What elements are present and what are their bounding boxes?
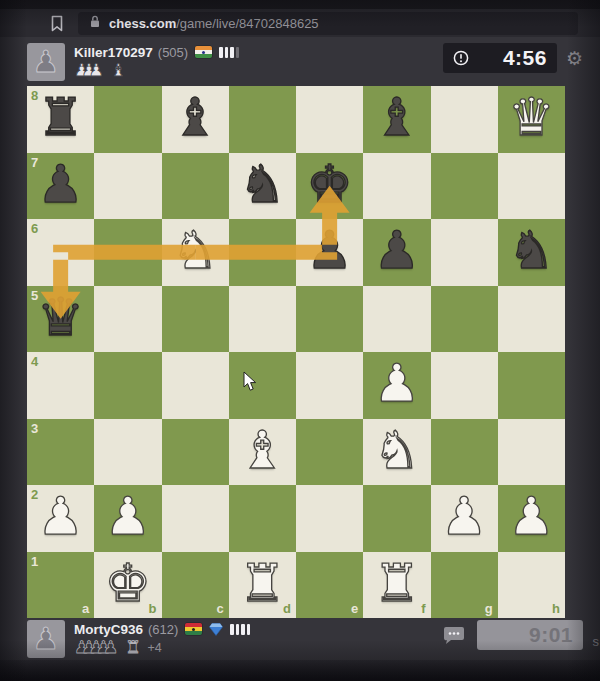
rank-label: 4 xyxy=(31,355,38,368)
black-pawn[interactable]: ♟ xyxy=(306,224,353,276)
bottom-player-avatar[interactable]: ♟ xyxy=(27,620,65,658)
rank-label: 6 xyxy=(31,222,38,235)
chess-board: 8♜♝♝♛7♟♞♚6♞♟♟♞5♛4♟3♝♞2♟♟♟♟1ab♚cd♜ef♜gh xyxy=(27,86,565,618)
bottom-captured-pieces: ♟♟♟♟♟♜ xyxy=(74,639,141,656)
top-player-rating: (505) xyxy=(158,45,188,60)
rank-label: 1 xyxy=(31,555,38,568)
square-e3[interactable] xyxy=(296,419,363,486)
top-player-bar: ♟ Killer170297 (505) ♟♟♟♝ 4:56 ⚙ xyxy=(27,43,583,83)
square-c7[interactable] xyxy=(162,153,229,220)
square-f4[interactable]: ♟ xyxy=(363,352,430,419)
square-h3[interactable] xyxy=(498,419,565,486)
black-bishop[interactable]: ♝ xyxy=(172,91,219,143)
white-knight[interactable]: ♞ xyxy=(374,424,421,476)
top-clock-time: 4:56 xyxy=(503,46,547,70)
top-player-avatar[interactable]: ♟ xyxy=(27,43,65,81)
square-e6[interactable]: ♟ xyxy=(296,219,363,286)
url-host: chess.com xyxy=(109,16,176,31)
connection-bars-icon xyxy=(230,624,250,635)
square-c3[interactable] xyxy=(162,419,229,486)
square-d7[interactable]: ♞ xyxy=(229,153,296,220)
square-h1[interactable]: h xyxy=(498,552,565,619)
square-a4[interactable]: 4 xyxy=(27,352,94,419)
black-queen[interactable]: ♛ xyxy=(37,291,84,343)
bottom-player-clock: 9:01 xyxy=(477,620,583,650)
square-b3[interactable] xyxy=(94,419,161,486)
square-b5[interactable] xyxy=(94,286,161,353)
black-pawn[interactable]: ♟ xyxy=(374,224,421,276)
square-b8[interactable] xyxy=(94,86,161,153)
white-pawn[interactable]: ♟ xyxy=(374,357,421,409)
white-pawn[interactable]: ♟ xyxy=(37,490,84,542)
file-label: e xyxy=(351,602,358,615)
square-g2[interactable]: ♟ xyxy=(431,485,498,552)
square-a7[interactable]: 7♟ xyxy=(27,153,94,220)
captured-b-icon: ♝ xyxy=(111,62,126,79)
white-rook[interactable]: ♜ xyxy=(239,557,286,609)
pawn-avatar-icon: ♟ xyxy=(33,624,60,654)
square-e4[interactable] xyxy=(296,352,363,419)
rank-label: 3 xyxy=(31,422,38,435)
square-g8[interactable] xyxy=(431,86,498,153)
square-c4[interactable] xyxy=(162,352,229,419)
square-a3[interactable]: 3 xyxy=(27,419,94,486)
edge-letter: s xyxy=(593,634,600,649)
bookmark-icon[interactable] xyxy=(50,15,64,32)
captured-p-icon: ♟ xyxy=(89,62,104,79)
square-f8[interactable]: ♝ xyxy=(363,86,430,153)
diamond-membership-icon xyxy=(209,623,223,636)
square-e8[interactable] xyxy=(296,86,363,153)
square-h7[interactable] xyxy=(498,153,565,220)
black-knight[interactable]: ♞ xyxy=(239,158,286,210)
square-f6[interactable]: ♟ xyxy=(363,219,430,286)
square-b7[interactable] xyxy=(94,153,161,220)
square-c5[interactable] xyxy=(162,286,229,353)
square-g5[interactable] xyxy=(431,286,498,353)
white-queen[interactable]: ♛ xyxy=(508,91,555,143)
connection-bars-icon xyxy=(219,47,239,58)
white-pawn[interactable]: ♟ xyxy=(105,490,152,542)
captured-p-icon: ♟ xyxy=(103,639,118,656)
square-f5[interactable] xyxy=(363,286,430,353)
square-g6[interactable] xyxy=(431,219,498,286)
bottom-dark-strip xyxy=(0,660,600,681)
square-g3[interactable] xyxy=(431,419,498,486)
square-g1[interactable]: g xyxy=(431,552,498,619)
pawn-avatar-icon: ♟ xyxy=(33,47,60,77)
file-label: c xyxy=(217,602,224,615)
bottom-player-name[interactable]: MortyC936 xyxy=(74,622,143,637)
url-bar[interactable]: chess.com/game/live/84702848625 xyxy=(78,12,578,35)
ghana-flag-icon xyxy=(185,623,202,635)
black-knight[interactable]: ♞ xyxy=(508,224,555,276)
bottom-player-bar: ♟ MortyC936 (612) ♟♟♟♟♟♜ +4 9:01 xyxy=(27,620,583,660)
file-label: a xyxy=(82,602,89,615)
black-rook[interactable]: ♜ xyxy=(37,91,84,143)
material-advantage: +4 xyxy=(148,641,162,655)
alert-circle-icon xyxy=(453,50,469,66)
square-b4[interactable] xyxy=(94,352,161,419)
black-bishop[interactable]: ♝ xyxy=(374,91,421,143)
square-f3[interactable]: ♞ xyxy=(363,419,430,486)
square-f7[interactable] xyxy=(363,153,430,220)
square-c6[interactable]: ♞ xyxy=(162,219,229,286)
lock-icon xyxy=(90,14,100,32)
white-pawn[interactable]: ♟ xyxy=(441,490,488,542)
white-rook[interactable]: ♜ xyxy=(374,557,421,609)
file-label: g xyxy=(485,602,493,615)
square-d1[interactable]: d♜ xyxy=(229,552,296,619)
square-a6[interactable]: 6 xyxy=(27,219,94,286)
india-flag-icon xyxy=(195,46,212,58)
bottom-player-rating: (612) xyxy=(148,622,178,637)
square-e7[interactable]: ♚ xyxy=(296,153,363,220)
square-h5[interactable] xyxy=(498,286,565,353)
square-d2[interactable] xyxy=(229,485,296,552)
white-king[interactable]: ♚ xyxy=(105,557,152,609)
square-e2[interactable] xyxy=(296,485,363,552)
square-h6[interactable]: ♞ xyxy=(498,219,565,286)
top-player-clock: 4:56 xyxy=(443,43,557,73)
screen: chess.com/game/live/84702848625 ♟ Killer… xyxy=(0,0,600,681)
top-captured-pieces: ♟♟♟♝ xyxy=(74,62,239,79)
square-b1[interactable]: b♚ xyxy=(94,552,161,619)
top-player-name[interactable]: Killer170297 xyxy=(74,45,153,60)
square-a1[interactable]: 1a xyxy=(27,552,94,619)
square-h8[interactable]: ♛ xyxy=(498,86,565,153)
square-h2[interactable]: ♟ xyxy=(498,485,565,552)
square-c1[interactable]: c xyxy=(162,552,229,619)
bottom-clock-time: 9:01 xyxy=(529,623,573,647)
square-a5[interactable]: 5♛ xyxy=(27,286,94,353)
white-pawn[interactable]: ♟ xyxy=(508,490,555,542)
square-d5[interactable] xyxy=(229,286,296,353)
white-bishop[interactable]: ♝ xyxy=(239,424,286,476)
file-label: f xyxy=(421,602,425,615)
square-f2[interactable] xyxy=(363,485,430,552)
square-g4[interactable] xyxy=(431,352,498,419)
square-d3[interactable]: ♝ xyxy=(229,419,296,486)
square-f1[interactable]: f♜ xyxy=(363,552,430,619)
square-c2[interactable] xyxy=(162,485,229,552)
black-pawn[interactable]: ♟ xyxy=(37,158,84,210)
square-e1[interactable]: e xyxy=(296,552,363,619)
white-knight[interactable]: ♞ xyxy=(172,224,219,276)
browser-bar: chess.com/game/live/84702848625 xyxy=(0,9,600,37)
file-label: h xyxy=(552,602,560,615)
square-a2[interactable]: 2♟ xyxy=(27,485,94,552)
captured-r-icon: ♜ xyxy=(125,639,140,656)
square-h4[interactable] xyxy=(498,352,565,419)
url-path: /game/live/84702848625 xyxy=(176,16,318,31)
square-d4[interactable] xyxy=(229,352,296,419)
square-b6[interactable] xyxy=(94,219,161,286)
square-g7[interactable] xyxy=(431,153,498,220)
square-d8[interactable] xyxy=(229,86,296,153)
gear-icon[interactable]: ⚙ xyxy=(566,49,583,68)
square-e5[interactable] xyxy=(296,286,363,353)
chat-bubble-icon[interactable] xyxy=(443,625,465,645)
black-king[interactable]: ♚ xyxy=(306,158,353,210)
square-c8[interactable]: ♝ xyxy=(162,86,229,153)
square-b2[interactable]: ♟ xyxy=(94,485,161,552)
top-black-strip xyxy=(0,0,600,9)
square-d6[interactable] xyxy=(229,219,296,286)
square-a8[interactable]: 8♜ xyxy=(27,86,94,153)
